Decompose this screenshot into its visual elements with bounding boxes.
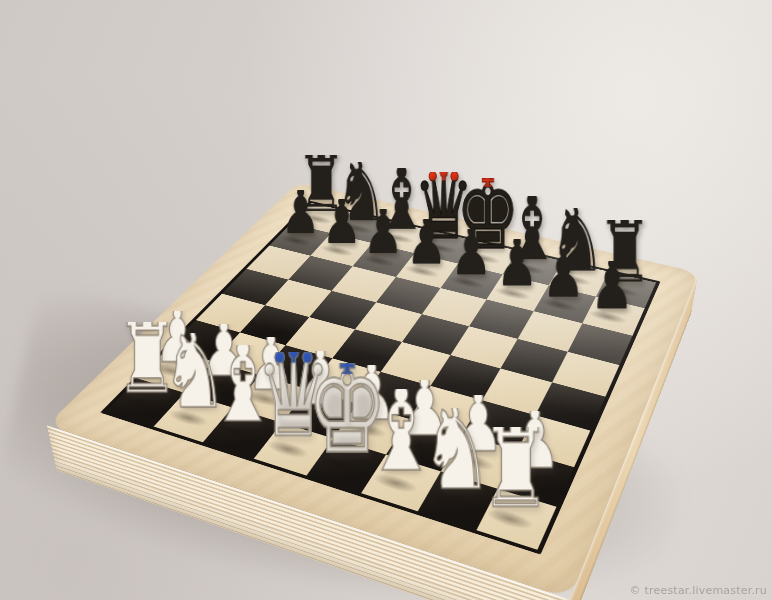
scene: ♜♞♝♛♚♝♞♜♟♟♟♟♟♟♟♟♟♟♟♟♟♟♟♟♜♞♝♛♚♝♞♜ [0, 0, 772, 600]
chess-board: ♜♞♝♛♚♝♞♜♟♟♟♟♟♟♟♟♟♟♟♟♟♟♟♟♜♞♝♛♚♝♞♜ [47, 182, 699, 599]
photo-background: ♜♞♝♛♚♝♞♜♟♟♟♟♟♟♟♟♟♟♟♟♟♟♟♟♜♞♝♛♚♝♞♜ © trees… [0, 0, 772, 600]
watermark: © treestar.livemaster.ru [630, 584, 767, 597]
piece-white-rook-h1[interactable]: ♜ [443, 427, 588, 516]
white-rook-icon: ♜ [479, 409, 551, 523]
